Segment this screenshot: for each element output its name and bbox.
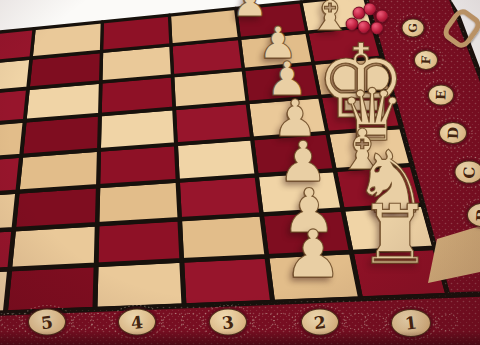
label-text: 4 (130, 311, 144, 332)
chess-set-photo: GFEDCB54321♟♝♟♚♟♛♟♝♟♞♟♜♟ (0, 0, 480, 345)
square-f6[interactable] (0, 88, 28, 127)
file-label-f: F (414, 50, 438, 70)
square-a3[interactable] (182, 256, 273, 305)
square-b3[interactable] (180, 214, 267, 260)
king-crown-red-ball (346, 18, 359, 31)
label-text: B (473, 208, 480, 221)
square-a4[interactable] (95, 260, 184, 309)
file-label-c: C (455, 161, 480, 184)
square-b6[interactable] (0, 229, 14, 273)
square-c3[interactable] (178, 175, 262, 219)
square-d6[interactable] (0, 156, 21, 197)
square-g6[interactable] (0, 58, 31, 95)
rank-label-1: 1 (391, 309, 431, 337)
label-text: G (406, 23, 419, 33)
square-h5[interactable] (31, 22, 102, 58)
square-b5[interactable] (10, 224, 97, 269)
file-label-d: D (439, 122, 467, 144)
square-h4[interactable] (102, 15, 171, 51)
rank-label-2: 2 (301, 309, 339, 336)
square-h3[interactable] (169, 8, 239, 44)
rank-label-5: 5 (28, 309, 66, 336)
square-b4[interactable] (96, 219, 182, 265)
king-crown-red-ball (364, 3, 377, 16)
label-text: 1 (404, 312, 418, 333)
label-text: 3 (221, 311, 235, 332)
square-c6[interactable] (0, 192, 18, 235)
label-text: 5 (40, 311, 54, 332)
label-text: 2 (313, 311, 327, 332)
square-h6[interactable] (0, 29, 34, 65)
label-text: F (419, 55, 433, 64)
label-text: C (460, 166, 478, 179)
square-e6[interactable] (0, 121, 25, 162)
rank-label-4: 4 (118, 309, 156, 336)
piece-white-rook-a1[interactable]: ♜ (358, 194, 432, 276)
piece-white-pawn-a2[interactable]: ♟ (283, 222, 342, 288)
label-text: D (445, 127, 461, 140)
king-crown-red-ball (358, 21, 371, 34)
rank-label-3: 3 (209, 309, 247, 336)
file-label-e: E (428, 85, 454, 106)
label-text: E (433, 90, 448, 100)
king-crown-red-ball (371, 22, 384, 35)
